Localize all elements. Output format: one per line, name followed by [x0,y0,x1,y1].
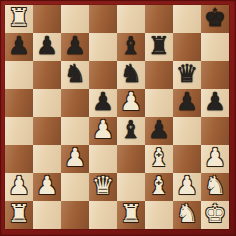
square-e8[interactable] [117,5,145,33]
piece-white-pawn-h3[interactable]: ♟ [204,144,226,172]
piece-black-pawn-c7[interactable]: ♟ [64,32,86,60]
square-e1[interactable]: ♜ [117,201,145,229]
square-c1[interactable] [61,201,89,229]
square-a4[interactable] [5,117,33,145]
square-d5[interactable]: ♟ [89,89,117,117]
square-g4[interactable] [173,117,201,145]
piece-white-pawn-c3[interactable]: ♟ [64,144,86,172]
square-e5[interactable]: ♟ [117,89,145,117]
square-f2[interactable]: ♝ [145,173,173,201]
piece-black-knight-c6[interactable]: ♞ [64,60,86,88]
chessboard-window: ♜♚♟♟♟♝♜♞♞♛♟♟♟♟♟♝♟♟♝♟♟♟♛♝♟♞♜♜♞♚ [0,0,236,236]
piece-black-pawn-f4[interactable]: ♟ [148,116,170,144]
piece-black-bishop-e4[interactable]: ♝ [120,116,142,144]
square-d2[interactable]: ♛ [89,173,117,201]
square-c7[interactable]: ♟ [61,33,89,61]
square-c3[interactable]: ♟ [61,145,89,173]
piece-black-queen-g6[interactable]: ♛ [176,60,198,88]
square-f3[interactable]: ♝ [145,145,173,173]
square-e3[interactable] [117,145,145,173]
square-a3[interactable] [5,145,33,173]
piece-black-pawn-g5[interactable]: ♟ [176,88,198,116]
square-f7[interactable]: ♜ [145,33,173,61]
square-b1[interactable] [33,201,61,229]
square-f6[interactable] [145,61,173,89]
piece-black-pawn-d5[interactable]: ♟ [92,88,114,116]
piece-black-pawn-b7[interactable]: ♟ [36,32,58,60]
piece-white-knight-g1[interactable]: ♞ [176,200,198,228]
chessboard[interactable]: ♜♚♟♟♟♝♜♞♞♛♟♟♟♟♟♝♟♟♝♟♟♟♛♝♟♞♜♜♞♚ [5,5,229,229]
square-b6[interactable] [33,61,61,89]
square-c2[interactable] [61,173,89,201]
square-g5[interactable]: ♟ [173,89,201,117]
square-c4[interactable] [61,117,89,145]
square-d3[interactable] [89,145,117,173]
square-b3[interactable] [33,145,61,173]
square-d1[interactable] [89,201,117,229]
piece-black-pawn-h5[interactable]: ♟ [204,88,226,116]
piece-black-knight-e6[interactable]: ♞ [120,60,142,88]
piece-white-pawn-b2[interactable]: ♟ [36,172,58,200]
piece-black-pawn-a7[interactable]: ♟ [8,32,30,60]
piece-white-pawn-a2[interactable]: ♟ [8,172,30,200]
piece-black-bishop-e7[interactable]: ♝ [120,32,142,60]
piece-white-knight-h2[interactable]: ♞ [204,172,226,200]
square-e2[interactable] [117,173,145,201]
square-b4[interactable] [33,117,61,145]
square-c6[interactable]: ♞ [61,61,89,89]
piece-white-king-h1[interactable]: ♚ [204,200,226,228]
piece-white-pawn-g2[interactable]: ♟ [176,172,198,200]
square-d6[interactable] [89,61,117,89]
square-c8[interactable] [61,5,89,33]
piece-white-bishop-f3[interactable]: ♝ [148,144,170,172]
piece-black-king-h8[interactable]: ♚ [204,4,226,32]
square-g7[interactable] [173,33,201,61]
square-h4[interactable] [201,117,229,145]
square-a2[interactable]: ♟ [5,173,33,201]
square-a6[interactable] [5,61,33,89]
square-e4[interactable]: ♝ [117,117,145,145]
piece-white-rook-a8[interactable]: ♜ [8,4,30,32]
square-b5[interactable] [33,89,61,117]
square-h5[interactable]: ♟ [201,89,229,117]
square-b2[interactable]: ♟ [33,173,61,201]
square-f1[interactable] [145,201,173,229]
square-h2[interactable]: ♞ [201,173,229,201]
square-a8[interactable]: ♜ [5,5,33,33]
square-g1[interactable]: ♞ [173,201,201,229]
square-b8[interactable] [33,5,61,33]
piece-black-rook-f7[interactable]: ♜ [148,32,170,60]
square-g6[interactable]: ♛ [173,61,201,89]
square-b7[interactable]: ♟ [33,33,61,61]
square-a7[interactable]: ♟ [5,33,33,61]
square-g8[interactable] [173,5,201,33]
square-g2[interactable]: ♟ [173,173,201,201]
square-c5[interactable] [61,89,89,117]
square-g3[interactable] [173,145,201,173]
square-f8[interactable] [145,5,173,33]
square-h6[interactable] [201,61,229,89]
square-h7[interactable] [201,33,229,61]
piece-white-pawn-e5[interactable]: ♟ [120,88,142,116]
square-e7[interactable]: ♝ [117,33,145,61]
piece-white-rook-e1[interactable]: ♜ [120,200,142,228]
square-a5[interactable] [5,89,33,117]
square-d7[interactable] [89,33,117,61]
piece-white-rook-a1[interactable]: ♜ [8,200,30,228]
piece-white-pawn-d4[interactable]: ♟ [92,116,114,144]
square-f4[interactable]: ♟ [145,117,173,145]
square-f5[interactable] [145,89,173,117]
square-e6[interactable]: ♞ [117,61,145,89]
square-d4[interactable]: ♟ [89,117,117,145]
square-a1[interactable]: ♜ [5,201,33,229]
square-h8[interactable]: ♚ [201,5,229,33]
square-h3[interactable]: ♟ [201,145,229,173]
square-d8[interactable] [89,5,117,33]
square-h1[interactable]: ♚ [201,201,229,229]
piece-white-bishop-f2[interactable]: ♝ [148,172,170,200]
piece-white-queen-d2[interactable]: ♛ [92,172,114,200]
